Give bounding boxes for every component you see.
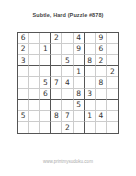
cell-r2c5 (62, 44, 73, 55)
sudoku-board: 6249219635821257486835587142 (17, 32, 119, 134)
cell-r3c1: 3 (18, 55, 29, 66)
cell-r7c1 (18, 100, 29, 111)
cell-r7c3 (40, 100, 51, 111)
cell-r7c7 (85, 100, 96, 111)
cell-r9c5: 2 (62, 122, 73, 133)
cell-r6c9 (107, 89, 118, 100)
cell-r4c2 (29, 66, 40, 77)
cell-r5c8: 8 (96, 77, 107, 88)
cell-r5c4: 7 (51, 77, 62, 88)
cell-r1c3 (40, 33, 51, 44)
cell-r5c1 (18, 77, 29, 88)
cell-r8c5: 7 (62, 111, 73, 122)
cell-r5c2 (29, 77, 40, 88)
cell-r5c3: 5 (40, 77, 51, 88)
cell-r3c9 (107, 55, 118, 66)
cell-r9c3 (40, 122, 51, 133)
cell-r3c5: 5 (62, 55, 73, 66)
cell-r9c4 (51, 122, 62, 133)
cell-r8c3 (40, 111, 51, 122)
cell-r1c2 (29, 33, 40, 44)
cell-r7c2 (29, 100, 40, 111)
printable-sudoku-page: Subtle, Hard (Puzzle #878) 6249219635821… (0, 0, 136, 176)
cell-r4c5 (62, 66, 73, 77)
cell-r8c6 (74, 111, 85, 122)
cell-r7c6: 5 (74, 100, 85, 111)
cell-r2c1: 2 (18, 44, 29, 55)
cell-r8c8: 4 (96, 111, 107, 122)
cell-r3c4 (51, 55, 62, 66)
cell-r4c3 (40, 66, 51, 77)
cell-r7c9 (107, 100, 118, 111)
cell-r4c4 (51, 66, 62, 77)
cell-r6c3: 6 (40, 89, 51, 100)
cell-r2c7 (85, 44, 96, 55)
cell-r6c6: 8 (74, 89, 85, 100)
cell-r1c4: 2 (51, 33, 62, 44)
cell-r6c8 (96, 89, 107, 100)
cell-r9c2 (29, 122, 40, 133)
cell-r8c7: 1 (85, 111, 96, 122)
footer-url: www.printmysudoku.com (0, 159, 136, 164)
puzzle-title: Subtle, Hard (Puzzle #878) (0, 12, 136, 18)
cell-r8c9 (107, 111, 118, 122)
cell-r8c1: 5 (18, 111, 29, 122)
cell-r1c5 (62, 33, 73, 44)
cell-r1c7 (85, 33, 96, 44)
cell-r2c9 (107, 44, 118, 55)
cell-r5c5: 4 (62, 77, 73, 88)
cell-r9c9 (107, 122, 118, 133)
cell-r3c3 (40, 55, 51, 66)
cell-r5c9 (107, 77, 118, 88)
cell-r4c9: 2 (107, 66, 118, 77)
cell-r7c5 (62, 100, 73, 111)
cell-r3c6 (74, 55, 85, 66)
cell-r9c8 (96, 122, 107, 133)
cell-r4c1 (18, 66, 29, 77)
cell-r4c8 (96, 66, 107, 77)
cell-r1c1: 6 (18, 33, 29, 44)
cell-r2c8: 6 (96, 44, 107, 55)
cell-r5c6 (74, 77, 85, 88)
cell-r7c4 (51, 100, 62, 111)
cell-r6c7: 3 (85, 89, 96, 100)
cell-r2c4 (51, 44, 62, 55)
cell-r2c2 (29, 44, 40, 55)
cell-r2c6: 9 (74, 44, 85, 55)
cell-r3c8: 2 (96, 55, 107, 66)
cell-r4c6: 1 (74, 66, 85, 77)
cell-r9c7 (85, 122, 96, 133)
cell-r9c1 (18, 122, 29, 133)
cell-r9c6 (74, 122, 85, 133)
cell-r8c4: 8 (51, 111, 62, 122)
cell-r1c8: 9 (96, 33, 107, 44)
cell-r6c5 (62, 89, 73, 100)
cell-r1c9 (107, 33, 118, 44)
cell-r6c4 (51, 89, 62, 100)
cell-r6c2 (29, 89, 40, 100)
cell-r2c3: 1 (40, 44, 51, 55)
cell-r4c7 (85, 66, 96, 77)
cell-r8c2 (29, 111, 40, 122)
cell-r1c6: 4 (74, 33, 85, 44)
cell-r5c7 (85, 77, 96, 88)
cell-r6c1 (18, 89, 29, 100)
cell-r3c7: 8 (85, 55, 96, 66)
cell-r7c8 (96, 100, 107, 111)
cell-r3c2 (29, 55, 40, 66)
